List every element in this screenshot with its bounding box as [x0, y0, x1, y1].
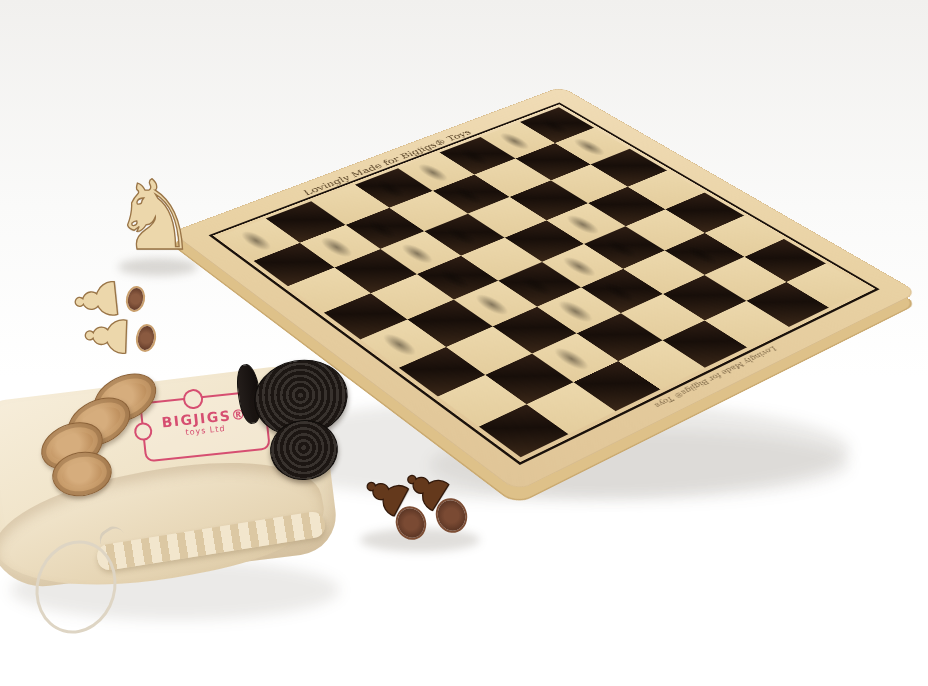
pawn-icon: ♟: [434, 235, 478, 284]
knight-icon: ♞: [370, 279, 434, 350]
rook-icon: ♜: [544, 297, 604, 364]
bishop-icon: ♝: [671, 188, 737, 260]
pawn-icon: ♟: [73, 310, 140, 362]
rook-icon: ♜: [565, 94, 617, 152]
rook-icon: ♜: [230, 183, 287, 245]
product-photo-scene: ♟♜♜♝♝♟♛♛♟♟♚♚♞♟♟♝♟♟♟♜♟♜♞ Lovingly Made fo…: [0, 0, 928, 686]
square-g6[interactable]: ♝: [664, 233, 744, 275]
pawn-icon: ♟: [317, 204, 360, 252]
pawn-icon: ♟: [516, 241, 560, 290]
pawn-icon: ♟: [472, 260, 517, 310]
fallen-white-pawn-2[interactable]: ♟: [78, 310, 136, 362]
off-board-white-knight[interactable]: ♞: [112, 168, 198, 264]
knight-icon: ♞: [112, 160, 198, 272]
